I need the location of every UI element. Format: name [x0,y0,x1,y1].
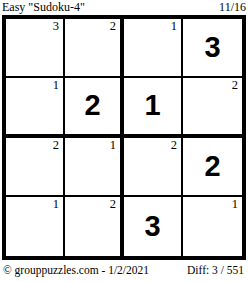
given-number: 2 [183,138,242,195]
cell-r2c4[interactable]: 2 [183,78,242,137]
pencil-mark: 2 [110,197,116,211]
cell-r4c1[interactable]: 1 [6,197,65,256]
sudoku-board: 3 2 1 3 1 2 1 2 [2,15,246,260]
header: Easy "Sudoku-4" 11/16 [0,0,248,15]
pencil-mark: 3 [53,19,59,33]
pencil-mark: 1 [110,138,116,152]
cell-r3c1[interactable]: 2 [6,138,65,197]
cell-r2c2[interactable]: 2 [65,78,124,137]
cell-r1c4[interactable]: 3 [183,19,242,78]
pencil-mark: 2 [53,138,59,152]
cell-r4c3[interactable]: 3 [124,197,183,256]
cell-r2c3[interactable]: 1 [124,78,183,137]
cell-r3c3[interactable]: 2 [124,138,183,197]
cell-r1c2[interactable]: 2 [65,19,124,78]
cell-r1c3[interactable]: 1 [124,19,183,78]
cell-r2c1[interactable]: 1 [6,78,65,137]
pencil-mark: 1 [53,197,59,211]
pencil-mark: 1 [232,197,238,211]
pencil-mark: 1 [171,19,177,33]
cell-r3c4[interactable]: 2 [183,138,242,197]
cell-r3c2[interactable]: 1 [65,138,124,197]
copyright-text: © grouppuzzles.com - 1/2/2021 [3,264,149,277]
difficulty-text: Diff: 3 / 551 [187,264,244,277]
pencil-mark: 2 [232,78,238,92]
footer: © grouppuzzles.com - 1/2/2021 Diff: 3 / … [0,260,248,277]
given-number: 2 [65,78,120,133]
given-number: 3 [183,19,242,76]
pencil-mark: 2 [110,19,116,33]
pencil-mark: 2 [171,138,177,152]
cell-r4c4[interactable]: 1 [183,197,242,256]
page-number: 11/16 [219,0,246,14]
cell-r4c2[interactable]: 2 [65,197,124,256]
puzzle-page: Easy "Sudoku-4" 11/16 3 2 1 3 1 2 1 [0,0,248,282]
given-number: 3 [124,197,181,256]
cell-r1c1[interactable]: 3 [6,19,65,78]
page-title: Easy "Sudoku-4" [2,0,85,14]
pencil-mark: 1 [53,78,59,92]
given-number: 1 [124,78,181,133]
